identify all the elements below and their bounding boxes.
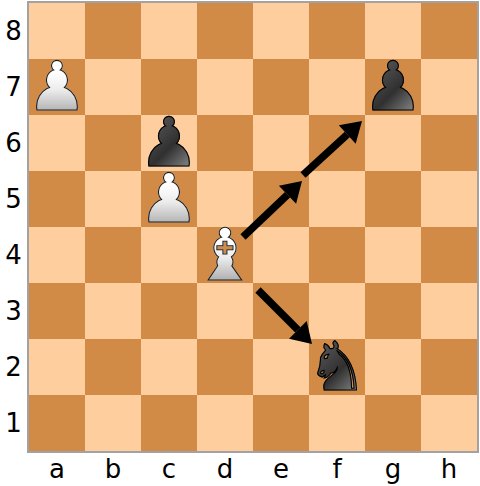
square-c8[interactable] <box>141 3 197 59</box>
square-c1[interactable] <box>141 395 197 451</box>
square-h5[interactable] <box>421 171 477 227</box>
file-label-f: f <box>309 451 365 486</box>
square-g4[interactable] <box>365 227 421 283</box>
square-b5[interactable] <box>85 171 141 227</box>
square-g1[interactable] <box>365 395 421 451</box>
square-h3[interactable] <box>421 283 477 339</box>
piece-black-knight-f2[interactable]: ♞ <box>309 339 365 395</box>
file-label-b: b <box>85 451 141 486</box>
square-d7[interactable] <box>197 59 253 115</box>
square-a2[interactable] <box>29 339 85 395</box>
square-g3[interactable] <box>365 283 421 339</box>
square-h2[interactable] <box>421 339 477 395</box>
square-b2[interactable] <box>85 339 141 395</box>
rank-label-7: 7 <box>0 59 27 115</box>
square-e8[interactable] <box>253 3 309 59</box>
square-c2[interactable] <box>141 339 197 395</box>
square-h6[interactable] <box>421 115 477 171</box>
file-label-h: h <box>421 451 477 486</box>
rank-label-1: 1 <box>0 395 27 451</box>
file-label-a: a <box>29 451 85 486</box>
square-b4[interactable] <box>85 227 141 283</box>
square-b3[interactable] <box>85 283 141 339</box>
rank-label-6: 6 <box>0 115 27 171</box>
square-e3[interactable] <box>253 283 309 339</box>
square-b8[interactable] <box>85 3 141 59</box>
rank-label-8: 8 <box>0 3 27 59</box>
square-c3[interactable] <box>141 283 197 339</box>
square-f4[interactable] <box>309 227 365 283</box>
square-d2[interactable] <box>197 339 253 395</box>
square-a5[interactable] <box>29 171 85 227</box>
square-a3[interactable] <box>29 283 85 339</box>
file-labels: abcdefgh <box>29 451 477 486</box>
square-d6[interactable] <box>197 115 253 171</box>
file-label-e: e <box>253 451 309 486</box>
square-d8[interactable] <box>197 3 253 59</box>
square-f6[interactable] <box>309 115 365 171</box>
square-b7[interactable] <box>85 59 141 115</box>
rank-label-3: 3 <box>0 283 27 339</box>
square-a1[interactable] <box>29 395 85 451</box>
square-h7[interactable] <box>421 59 477 115</box>
chess-board-diagram: 87654321 ♟♟♟♟♝♞ abcdefgh <box>0 0 480 486</box>
square-f7[interactable] <box>309 59 365 115</box>
square-h8[interactable] <box>421 3 477 59</box>
square-e1[interactable] <box>253 395 309 451</box>
chess-board: ♟♟♟♟♝♞ <box>27 1 479 453</box>
square-f5[interactable] <box>309 171 365 227</box>
piece-white-pawn-a7[interactable]: ♟ <box>29 59 85 115</box>
file-label-g: g <box>365 451 421 486</box>
square-e6[interactable] <box>253 115 309 171</box>
square-e5[interactable] <box>253 171 309 227</box>
file-label-d: d <box>197 451 253 486</box>
square-e4[interactable] <box>253 227 309 283</box>
square-b1[interactable] <box>85 395 141 451</box>
rank-labels: 87654321 <box>0 3 27 451</box>
square-g5[interactable] <box>365 171 421 227</box>
square-d1[interactable] <box>197 395 253 451</box>
square-e7[interactable] <box>253 59 309 115</box>
square-h1[interactable] <box>421 395 477 451</box>
piece-white-pawn-c5[interactable]: ♟ <box>141 171 197 227</box>
square-b6[interactable] <box>85 115 141 171</box>
rank-label-2: 2 <box>0 339 27 395</box>
square-a4[interactable] <box>29 227 85 283</box>
rank-label-4: 4 <box>0 227 27 283</box>
rank-label-5: 5 <box>0 171 27 227</box>
piece-black-pawn-g7[interactable]: ♟ <box>365 59 421 115</box>
square-g2[interactable] <box>365 339 421 395</box>
square-f8[interactable] <box>309 3 365 59</box>
square-h4[interactable] <box>421 227 477 283</box>
piece-white-bishop-d4[interactable]: ♝ <box>197 227 253 283</box>
square-e2[interactable] <box>253 339 309 395</box>
file-label-c: c <box>141 451 197 486</box>
